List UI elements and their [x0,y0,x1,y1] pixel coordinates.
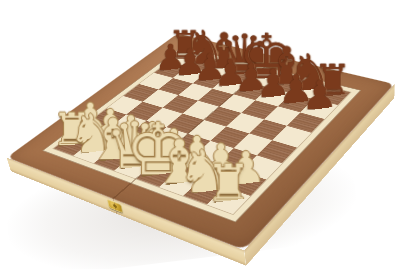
square-b2: ♟ [92,128,130,149]
brass-clasp-icon [107,199,123,213]
chess-set-photo: ♜♞♝♛♚♝♞♜♟♟♟♟♟♟♟♟♟♟♟♟♟♟♟♟♜♞♝♛♚♝♞♜ [0,0,400,269]
